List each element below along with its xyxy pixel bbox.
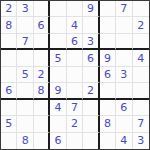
given-digit: 9 xyxy=(55,85,62,96)
sudoku-cell-r2c9[interactable]: 2 xyxy=(133,17,149,33)
sudoku-cell-r7c6[interactable] xyxy=(83,100,99,116)
sudoku-cell-r7c4[interactable]: 4 xyxy=(50,100,66,116)
given-digit: 8 xyxy=(104,118,111,129)
given-digit: 6 xyxy=(120,102,127,113)
sudoku-cell-r5c5[interactable] xyxy=(67,67,83,83)
sudoku-cell-r8c3[interactable] xyxy=(34,116,50,132)
given-digit: 4 xyxy=(137,53,144,64)
given-digit: 3 xyxy=(137,135,144,146)
sudoku-cell-r6c4[interactable]: 9 xyxy=(50,83,66,99)
sudoku-cell-r9c6[interactable] xyxy=(83,133,99,149)
sudoku-cell-r9c1[interactable] xyxy=(1,133,17,149)
sudoku-cell-r9c9[interactable]: 3 xyxy=(133,133,149,149)
sudoku-cell-r8c8[interactable] xyxy=(116,116,132,132)
sudoku-cell-r1c7[interactable] xyxy=(100,1,116,17)
sudoku-cell-r3c1[interactable] xyxy=(1,34,17,50)
sudoku-cell-r1c2[interactable]: 3 xyxy=(17,1,33,17)
sudoku-cell-r3c6[interactable]: 3 xyxy=(83,34,99,50)
sudoku-cell-r1c8[interactable]: 7 xyxy=(116,1,132,17)
sudoku-cell-r7c1[interactable] xyxy=(1,100,17,116)
given-digit: 7 xyxy=(137,118,144,129)
sudoku-cell-r2c8[interactable] xyxy=(116,17,132,33)
given-digit: 6 xyxy=(5,85,12,96)
sudoku-cell-r5c8[interactable]: 3 xyxy=(116,67,132,83)
sudoku-cell-r5c2[interactable]: 5 xyxy=(17,67,33,83)
sudoku-cell-r6c8[interactable] xyxy=(116,83,132,99)
sudoku-cell-r5c6[interactable] xyxy=(83,67,99,83)
given-digit: 9 xyxy=(87,3,94,14)
sudoku-cell-r2c3[interactable]: 6 xyxy=(34,17,50,33)
sudoku-board: 2397864276356945263689247652878643 xyxy=(0,0,150,150)
given-digit: 2 xyxy=(137,20,144,31)
sudoku-cell-r1c1[interactable]: 2 xyxy=(1,1,17,17)
given-digit: 3 xyxy=(120,69,127,80)
sudoku-cell-r2c4[interactable] xyxy=(50,17,66,33)
given-digit: 4 xyxy=(120,135,127,146)
given-digit: 5 xyxy=(5,118,12,129)
given-digit: 5 xyxy=(55,53,62,64)
sudoku-cell-r5c9[interactable] xyxy=(133,67,149,83)
sudoku-cell-r1c4[interactable] xyxy=(50,1,66,17)
given-digit: 7 xyxy=(22,36,29,47)
sudoku-cell-r4c2[interactable] xyxy=(17,50,33,66)
sudoku-cell-r7c3[interactable] xyxy=(34,100,50,116)
sudoku-cell-r9c5[interactable] xyxy=(67,133,83,149)
sudoku-cell-r8c2[interactable] xyxy=(17,116,33,132)
sudoku-cell-r9c7[interactable] xyxy=(100,133,116,149)
sudoku-cell-r7c7[interactable] xyxy=(100,100,116,116)
given-digit: 9 xyxy=(104,53,111,64)
sudoku-cell-r1c6[interactable]: 9 xyxy=(83,1,99,17)
given-digit: 8 xyxy=(5,20,12,31)
sudoku-cell-r6c5[interactable] xyxy=(67,83,83,99)
sudoku-cell-r4c6[interactable]: 6 xyxy=(83,50,99,66)
sudoku-cell-r2c6[interactable] xyxy=(83,17,99,33)
sudoku-cell-r8c6[interactable] xyxy=(83,116,99,132)
sudoku-cell-r2c5[interactable]: 4 xyxy=(67,17,83,33)
sudoku-cell-r2c1[interactable]: 8 xyxy=(1,17,17,33)
sudoku-cell-r4c9[interactable]: 4 xyxy=(133,50,149,66)
given-digit: 8 xyxy=(38,85,45,96)
sudoku-cell-r6c9[interactable] xyxy=(133,83,149,99)
sudoku-cell-r9c3[interactable] xyxy=(34,133,50,149)
sudoku-cell-r4c7[interactable]: 9 xyxy=(100,50,116,66)
given-digit: 4 xyxy=(71,20,78,31)
given-digit: 8 xyxy=(22,135,29,146)
sudoku-cell-r8c7[interactable]: 8 xyxy=(100,116,116,132)
sudoku-cell-r3c9[interactable] xyxy=(133,34,149,50)
sudoku-cell-r7c8[interactable]: 6 xyxy=(116,100,132,116)
sudoku-cell-r2c2[interactable] xyxy=(17,17,33,33)
sudoku-cell-r7c5[interactable]: 7 xyxy=(67,100,83,116)
sudoku-cell-r3c5[interactable]: 6 xyxy=(67,34,83,50)
sudoku-cell-r4c4[interactable]: 5 xyxy=(50,50,66,66)
given-digit: 5 xyxy=(22,69,29,80)
sudoku-cell-r6c2[interactable] xyxy=(17,83,33,99)
given-digit: 2 xyxy=(71,118,78,129)
sudoku-cell-r8c4[interactable] xyxy=(50,116,66,132)
given-digit: 6 xyxy=(104,69,111,80)
sudoku-cell-r3c4[interactable] xyxy=(50,34,66,50)
given-digit: 3 xyxy=(22,3,29,14)
sudoku-cell-r6c1[interactable]: 6 xyxy=(1,83,17,99)
sudoku-cell-r6c7[interactable] xyxy=(100,83,116,99)
given-digit: 4 xyxy=(55,102,62,113)
given-digit: 3 xyxy=(87,36,94,47)
sudoku-cell-r3c7[interactable] xyxy=(100,34,116,50)
sudoku-cell-r8c9[interactable]: 7 xyxy=(133,116,149,132)
sudoku-cell-r5c3[interactable]: 2 xyxy=(34,67,50,83)
sudoku-cell-r9c8[interactable]: 4 xyxy=(116,133,132,149)
sudoku-cell-r9c2[interactable]: 8 xyxy=(17,133,33,149)
sudoku-cell-r8c1[interactable]: 5 xyxy=(1,116,17,132)
sudoku-cell-r4c5[interactable] xyxy=(67,50,83,66)
given-digit: 6 xyxy=(55,135,62,146)
sudoku-cell-r9c4[interactable]: 6 xyxy=(50,133,66,149)
sudoku-cell-r1c9[interactable] xyxy=(133,1,149,17)
given-digit: 6 xyxy=(38,20,45,31)
given-digit: 7 xyxy=(120,3,127,14)
sudoku-cell-r4c3[interactable] xyxy=(34,50,50,66)
sudoku-cell-r5c4[interactable] xyxy=(50,67,66,83)
sudoku-cell-r5c7[interactable]: 6 xyxy=(100,67,116,83)
sudoku-cell-r2c7[interactable] xyxy=(100,17,116,33)
sudoku-cell-r3c3[interactable] xyxy=(34,34,50,50)
sudoku-cell-r6c6[interactable]: 2 xyxy=(83,83,99,99)
sudoku-cell-r8c5[interactable]: 2 xyxy=(67,116,83,132)
sudoku-cell-r5c1[interactable] xyxy=(1,67,17,83)
given-digit: 2 xyxy=(87,85,94,96)
sudoku-cell-r3c2[interactable]: 7 xyxy=(17,34,33,50)
sudoku-cell-r1c5[interactable] xyxy=(67,1,83,17)
given-digit: 7 xyxy=(71,102,78,113)
sudoku-cell-r4c8[interactable] xyxy=(116,50,132,66)
given-digit: 2 xyxy=(38,69,45,80)
given-digit: 2 xyxy=(5,3,12,14)
sudoku-cell-r7c9[interactable] xyxy=(133,100,149,116)
sudoku-cell-r1c3[interactable] xyxy=(34,1,50,17)
sudoku-cell-r3c8[interactable] xyxy=(116,34,132,50)
sudoku-cell-r7c2[interactable] xyxy=(17,100,33,116)
sudoku-cell-r6c3[interactable]: 8 xyxy=(34,83,50,99)
given-digit: 6 xyxy=(71,36,78,47)
sudoku-cell-r4c1[interactable] xyxy=(1,50,17,66)
given-digit: 6 xyxy=(87,53,94,64)
